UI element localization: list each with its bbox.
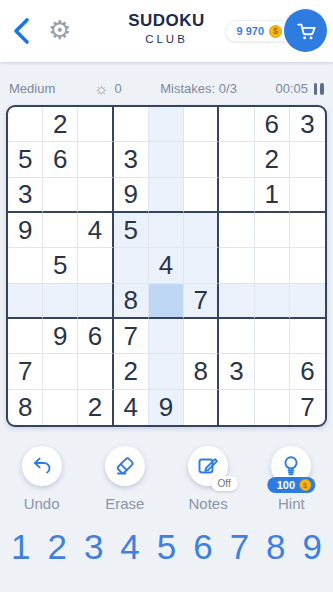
undo-icon bbox=[30, 454, 54, 478]
cell-r8c2[interactable] bbox=[43, 354, 78, 389]
cell-r2c6[interactable] bbox=[184, 142, 219, 177]
cell-r2c4[interactable]: 3 bbox=[114, 142, 149, 177]
pause-icon[interactable] bbox=[314, 83, 324, 95]
cell-r8c5[interactable] bbox=[149, 354, 184, 389]
cell-r7c2[interactable]: 9 bbox=[43, 319, 78, 354]
notes-button[interactable]: Off Notes bbox=[167, 441, 250, 512]
cell-r8c4[interactable]: 2 bbox=[114, 354, 149, 389]
shop-button[interactable] bbox=[284, 9, 327, 52]
cell-r1c7[interactable] bbox=[219, 107, 254, 142]
cell-r6c9[interactable] bbox=[290, 284, 325, 319]
coin-icon: $ bbox=[269, 25, 282, 38]
hint-button[interactable]: 100 $ Hint bbox=[250, 441, 333, 512]
cell-r1c5[interactable] bbox=[149, 107, 184, 142]
lightbulb-icon bbox=[279, 454, 303, 478]
cell-r5c9[interactable] bbox=[290, 248, 325, 283]
cell-r5c4[interactable] bbox=[114, 248, 149, 283]
cell-r3c3[interactable] bbox=[78, 178, 113, 213]
cell-r7c8[interactable] bbox=[255, 319, 290, 354]
difficulty-label: Medium bbox=[9, 81, 55, 96]
cell-r9c7[interactable] bbox=[219, 390, 254, 425]
numpad-4[interactable]: 4 bbox=[120, 529, 139, 564]
timer-value: 00:05 bbox=[275, 81, 308, 96]
cell-r3c5[interactable] bbox=[149, 178, 184, 213]
hint-cost-badge: 100 $ bbox=[268, 477, 315, 493]
cell-r5c2[interactable]: 5 bbox=[43, 248, 78, 283]
cell-r8c8[interactable] bbox=[255, 354, 290, 389]
cell-r6c6[interactable]: 7 bbox=[184, 284, 219, 319]
cell-r7c1[interactable] bbox=[8, 319, 43, 354]
cell-r4c6[interactable] bbox=[184, 213, 219, 248]
cell-r6c8[interactable] bbox=[255, 284, 290, 319]
notes-pencil-icon bbox=[196, 454, 220, 478]
cell-r6c7[interactable] bbox=[219, 284, 254, 319]
shopping-cart-icon bbox=[295, 20, 317, 42]
cell-r7c5[interactable] bbox=[149, 319, 184, 354]
cell-r4c7[interactable] bbox=[219, 213, 254, 248]
coin-icon: $ bbox=[299, 479, 311, 491]
cell-r3c6[interactable] bbox=[184, 178, 219, 213]
sudoku-app: ⚙ SUDOKU CLUB 9 970 $ Medium ☼ 0 Mistake… bbox=[0, 0, 333, 592]
score-group: ☼ 0 bbox=[94, 81, 122, 96]
cell-r9c8[interactable] bbox=[255, 390, 290, 425]
cell-r9c5[interactable]: 9 bbox=[149, 390, 184, 425]
hint-cost-value: 100 bbox=[277, 479, 295, 491]
status-bar: Medium ☼ 0 Mistakes: 0/3 00:05 bbox=[0, 81, 333, 96]
cell-r4c8[interactable] bbox=[255, 213, 290, 248]
timer-group: 00:05 bbox=[275, 81, 324, 96]
cell-r2c9[interactable] bbox=[290, 142, 325, 177]
numpad-9[interactable]: 9 bbox=[303, 529, 322, 564]
coins-value: 9 970 bbox=[236, 25, 264, 37]
cell-r7c3[interactable]: 6 bbox=[78, 319, 113, 354]
cell-r6c1[interactable] bbox=[8, 284, 43, 319]
cell-r9c4[interactable]: 4 bbox=[114, 390, 149, 425]
undo-label: Undo bbox=[24, 495, 60, 512]
cell-r8c3[interactable] bbox=[78, 354, 113, 389]
cell-r9c1[interactable]: 8 bbox=[8, 390, 43, 425]
cell-r9c3[interactable]: 2 bbox=[78, 390, 113, 425]
cell-r4c9[interactable] bbox=[290, 213, 325, 248]
cell-r2c3[interactable] bbox=[78, 142, 113, 177]
cell-r1c9[interactable]: 3 bbox=[290, 107, 325, 142]
cell-r3c2[interactable] bbox=[43, 178, 78, 213]
erase-label: Erase bbox=[105, 495, 144, 512]
cell-r3c8[interactable]: 1 bbox=[255, 178, 290, 213]
cell-r3c7[interactable] bbox=[219, 178, 254, 213]
cell-r1c4[interactable] bbox=[114, 107, 149, 142]
cell-r6c3[interactable] bbox=[78, 284, 113, 319]
cell-r4c5[interactable] bbox=[149, 213, 184, 248]
eraser-icon bbox=[113, 454, 137, 478]
cell-r5c6[interactable] bbox=[184, 248, 219, 283]
cell-r4c2[interactable] bbox=[43, 213, 78, 248]
cell-r9c6[interactable] bbox=[184, 390, 219, 425]
cell-r2c1[interactable]: 5 bbox=[8, 142, 43, 177]
cell-r1c3[interactable] bbox=[78, 107, 113, 142]
numpad-2[interactable]: 2 bbox=[47, 529, 66, 564]
cell-r6c5[interactable] bbox=[149, 284, 184, 319]
cell-r5c5[interactable]: 4 bbox=[149, 248, 184, 283]
cell-r5c7[interactable] bbox=[219, 248, 254, 283]
cell-r7c7[interactable] bbox=[219, 319, 254, 354]
score-value: 0 bbox=[114, 81, 121, 96]
sudoku-board: 263563239194554879677283682497 bbox=[6, 105, 327, 427]
number-pad: 123456789 bbox=[0, 529, 333, 564]
mistakes-label: Mistakes: 0/3 bbox=[160, 81, 237, 96]
numpad-8[interactable]: 8 bbox=[266, 529, 285, 564]
numpad-5[interactable]: 5 bbox=[157, 529, 176, 564]
erase-button[interactable]: Erase bbox=[83, 441, 166, 512]
numpad-6[interactable]: 6 bbox=[193, 529, 212, 564]
cell-r4c3[interactable]: 4 bbox=[78, 213, 113, 248]
cell-r8c6[interactable]: 8 bbox=[184, 354, 219, 389]
cell-r6c2[interactable] bbox=[43, 284, 78, 319]
cell-r1c1[interactable] bbox=[8, 107, 43, 142]
cell-r3c1[interactable]: 3 bbox=[8, 178, 43, 213]
cell-r4c4[interactable]: 5 bbox=[114, 213, 149, 248]
cell-r7c4[interactable]: 7 bbox=[114, 319, 149, 354]
cell-r9c2[interactable] bbox=[43, 390, 78, 425]
numpad-3[interactable]: 3 bbox=[84, 529, 103, 564]
sun-score-icon: ☼ bbox=[94, 82, 109, 96]
cell-r9c9[interactable]: 7 bbox=[290, 390, 325, 425]
hint-label: Hint bbox=[278, 495, 305, 512]
cell-r8c7[interactable]: 3 bbox=[219, 354, 254, 389]
cell-r2c2[interactable]: 6 bbox=[43, 142, 78, 177]
cell-r8c1[interactable]: 7 bbox=[8, 354, 43, 389]
cell-r3c4[interactable]: 9 bbox=[114, 178, 149, 213]
cell-r4c1[interactable]: 9 bbox=[8, 213, 43, 248]
cell-r5c3[interactable] bbox=[78, 248, 113, 283]
notes-off-badge: Off bbox=[211, 476, 238, 491]
undo-button[interactable]: Undo bbox=[0, 441, 83, 512]
cell-r8c9[interactable]: 6 bbox=[290, 354, 325, 389]
notes-label: Notes bbox=[189, 495, 228, 512]
cell-r7c9[interactable] bbox=[290, 319, 325, 354]
cell-r1c8[interactable]: 6 bbox=[255, 107, 290, 142]
cell-r1c6[interactable] bbox=[184, 107, 219, 142]
toolbar: Undo Erase Off No bbox=[0, 441, 333, 512]
numpad-1[interactable]: 1 bbox=[11, 529, 30, 564]
cell-r7c6[interactable] bbox=[184, 319, 219, 354]
cell-r2c8[interactable]: 2 bbox=[255, 142, 290, 177]
cell-r2c5[interactable] bbox=[149, 142, 184, 177]
cell-r6c4[interactable]: 8 bbox=[114, 284, 149, 319]
top-bar: ⚙ SUDOKU CLUB 9 970 $ bbox=[0, 0, 333, 62]
cell-r2c7[interactable] bbox=[219, 142, 254, 177]
cell-r5c8[interactable] bbox=[255, 248, 290, 283]
numpad-7[interactable]: 7 bbox=[230, 529, 249, 564]
cell-r1c2[interactable]: 2 bbox=[43, 107, 78, 142]
cell-r5c1[interactable] bbox=[8, 248, 43, 283]
cell-r3c9[interactable] bbox=[290, 178, 325, 213]
